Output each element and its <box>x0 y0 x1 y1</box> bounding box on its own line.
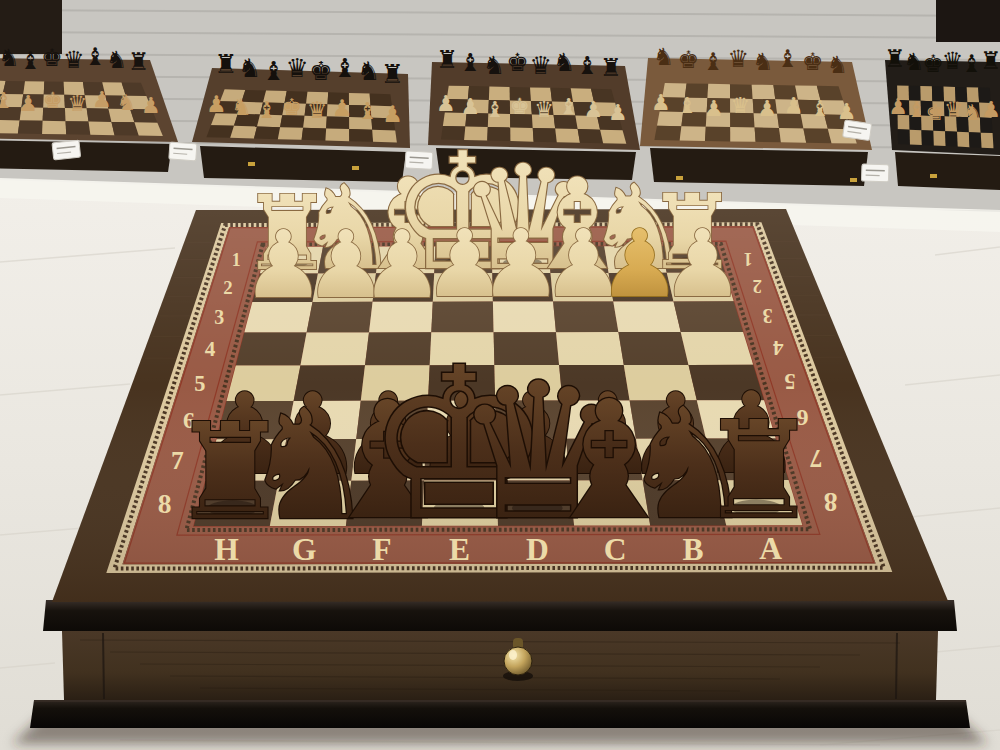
drawer-knob[interactable] <box>504 647 532 675</box>
price-tag <box>861 164 889 182</box>
bg-piece-glyph: ♛ <box>731 93 751 118</box>
bg-piece-glyph: ♟ <box>332 95 353 121</box>
bg-piece-glyph: ♟ <box>92 87 112 112</box>
scene: ♜♞♝♚♛♝♞♜♟♝♟♚♛♟♞♟♜♞♝♛♚♝♞♜♟♞♝♚♛♟♝♟♜♝♞♚♛♞♝♜… <box>0 0 1000 750</box>
drawer-seam <box>103 633 104 699</box>
bg-board-square <box>957 132 970 147</box>
bg-board-square <box>66 121 91 135</box>
label-rank-right-4: 4 <box>772 336 783 360</box>
bg-piece-glyph: ♛ <box>67 91 87 116</box>
bg-piece-glyph: ♝ <box>677 93 697 118</box>
bg-piece-glyph: ♛ <box>534 97 554 122</box>
bg-piece-glyph: ♝ <box>20 47 42 75</box>
bg-board-square <box>654 126 681 141</box>
box-top-molding <box>43 600 957 631</box>
bg-piece-glyph: ♞ <box>963 100 983 125</box>
bg-piece-glyph: ♞ <box>553 48 575 77</box>
bg-board-square <box>898 129 910 144</box>
bg-board-square <box>600 130 626 144</box>
bg-piece-glyph: ♚ <box>802 48 824 76</box>
price-tag-card <box>169 142 197 161</box>
bg-piece-glyph: ♟ <box>436 91 456 116</box>
bg-board-box <box>895 152 1000 190</box>
square-g4[interactable] <box>300 332 369 365</box>
price-tag <box>843 120 872 141</box>
price-tag <box>169 142 197 161</box>
bg-piece-glyph: ♝ <box>559 94 579 119</box>
piece-a8-black-rook[interactable]: ♜ <box>699 393 819 549</box>
bg-piece-glyph: ♞ <box>752 48 774 76</box>
bg-piece-glyph: ♝ <box>777 45 799 73</box>
bg-piece-glyph: ♟ <box>18 91 38 116</box>
bg-piece-glyph: ♜ <box>600 53 622 82</box>
dark-corner-item-right <box>936 0 1000 42</box>
bg-board-box <box>0 140 172 172</box>
label-rank-left-8: 8 <box>158 488 172 519</box>
bg-piece-glyph: ♞ <box>653 43 675 71</box>
bg-piece-glyph: ♚ <box>309 56 332 86</box>
bg-board-square <box>89 122 115 136</box>
bg-piece-glyph: ♛ <box>307 97 328 123</box>
scene-svg: ♜♞♝♚♛♝♞♜♟♝♟♚♛♟♞♟♜♞♝♛♚♝♞♜♟♞♝♚♛♟♝♟♜♝♞♚♛♞♝♜… <box>0 0 1000 750</box>
bg-board-square <box>302 128 327 141</box>
bg-board-square <box>910 130 922 145</box>
price-tag-card <box>843 120 872 141</box>
label-rank-left-3: 3 <box>214 306 224 328</box>
bg-piece-glyph: ♝ <box>810 96 830 121</box>
bg-piece-glyph: ♟ <box>757 96 777 121</box>
bg-piece-glyph: ♛ <box>286 53 309 83</box>
bg-board-square <box>680 126 706 141</box>
bg-piece-glyph: ♚ <box>41 44 63 72</box>
bg-board-square <box>969 132 982 148</box>
bg-board-square <box>945 131 958 146</box>
bg-board-square <box>933 131 945 146</box>
bg-piece-glyph: ♚ <box>678 46 700 74</box>
bg-board-square <box>921 130 933 145</box>
bg-brass-hinge-icon <box>930 174 937 178</box>
bg-brass-hinge-icon <box>248 162 255 166</box>
bg-piece-glyph: ♞ <box>238 53 261 83</box>
bg-piece-glyph: ♟ <box>981 97 1000 122</box>
label-rank-left-2: 2 <box>223 277 232 298</box>
label-rank-right-3: 3 <box>763 305 773 327</box>
bg-piece-glyph: ♚ <box>282 94 303 120</box>
label-rank-right-1: 1 <box>743 249 752 269</box>
bg-brass-hinge-icon <box>850 178 857 182</box>
bg-piece-glyph: ♞ <box>827 51 849 79</box>
price-tag-card <box>52 140 81 160</box>
bg-piece-glyph: ♛ <box>944 97 964 122</box>
bg-piece-glyph: ♛ <box>63 46 85 74</box>
square-h4[interactable] <box>236 333 307 366</box>
bg-piece-glyph: ♚ <box>926 100 946 125</box>
bg-board-square <box>349 129 373 142</box>
label-rank-left-4: 4 <box>205 337 216 361</box>
bg-board-square <box>803 128 831 143</box>
bg-piece-glyph: ♞ <box>483 51 505 80</box>
box-base-molding <box>30 700 970 728</box>
label-rank-right-2: 2 <box>753 276 762 297</box>
knob-highlight <box>509 650 517 660</box>
bg-piece-glyph: ♚ <box>510 94 530 119</box>
bg-piece-glyph: ♝ <box>262 56 285 86</box>
price-tag <box>52 140 81 160</box>
bg-piece-glyph: ♟ <box>206 91 227 117</box>
bg-piece-glyph: ♚ <box>43 88 63 113</box>
bg-piece-glyph: ♟ <box>704 96 724 121</box>
bg-piece-glyph: ♟ <box>651 90 671 115</box>
piece-a2-white-pawn[interactable]: ♟ <box>661 210 744 318</box>
bg-piece-glyph: ♞ <box>117 90 137 115</box>
bg-piece-glyph: ♝ <box>357 98 378 124</box>
bg-board-square <box>755 128 781 143</box>
bg-board-square <box>705 127 730 142</box>
bg-board-square <box>230 126 257 139</box>
bg-board-square <box>325 128 349 141</box>
bg-piece-glyph: ♞ <box>231 94 252 120</box>
bg-piece-glyph: ♝ <box>85 43 107 71</box>
bg-piece-glyph: ♞ <box>357 56 380 86</box>
bg-piece-glyph: ♜ <box>436 45 458 74</box>
bg-board-square <box>206 125 234 138</box>
bg-piece-glyph: ♝ <box>333 53 356 83</box>
label-rank-right-8: 8 <box>824 487 838 518</box>
bg-piece-glyph: ♜ <box>381 59 404 89</box>
bg-piece-glyph: ♚ <box>506 48 528 77</box>
bg-piece-glyph: ♜ <box>980 47 1000 75</box>
bg-piece-glyph: ♝ <box>0 88 13 113</box>
bg-piece-glyph: ♝ <box>703 48 725 76</box>
bg-piece-glyph: ♝ <box>907 97 927 122</box>
bg-piece-glyph: ♜ <box>214 49 237 79</box>
square-b4[interactable] <box>618 332 688 365</box>
chess-box <box>12 600 988 744</box>
bg-board-square <box>0 120 20 133</box>
price-tag-card <box>861 164 889 182</box>
bg-board-square <box>111 122 138 136</box>
bg-piece-glyph: ♟ <box>141 93 161 118</box>
bg-piece-glyph: ♟ <box>583 97 603 122</box>
bg-board-square <box>18 120 43 134</box>
bg-piece-glyph: ♟ <box>784 93 804 118</box>
label-rank-left-1: 1 <box>232 250 241 270</box>
bg-board-square <box>42 121 66 135</box>
bg-board-square <box>254 126 280 139</box>
bg-piece-glyph: ♝ <box>256 97 277 123</box>
bg-board-square <box>278 127 303 140</box>
bg-board-square <box>779 128 806 143</box>
bg-piece-glyph: ♟ <box>608 100 628 125</box>
bg-piece-glyph: ♛ <box>727 45 749 73</box>
bg-piece-glyph: ♛ <box>530 51 552 80</box>
bg-piece-glyph: ♞ <box>106 46 128 74</box>
bg-board-square <box>730 127 755 142</box>
bg-piece-glyph: ♟ <box>888 94 908 119</box>
bg-piece-glyph: ♝ <box>576 51 598 80</box>
price-tag-line <box>866 170 885 171</box>
bg-piece-glyph: ♟ <box>461 94 481 119</box>
bg-board-square <box>981 133 994 149</box>
bg-piece-glyph: ♞ <box>0 44 20 72</box>
square-a4[interactable] <box>681 332 754 365</box>
bg-piece-glyph: ♜ <box>128 48 150 76</box>
bg-piece-glyph: ♝ <box>459 48 481 77</box>
